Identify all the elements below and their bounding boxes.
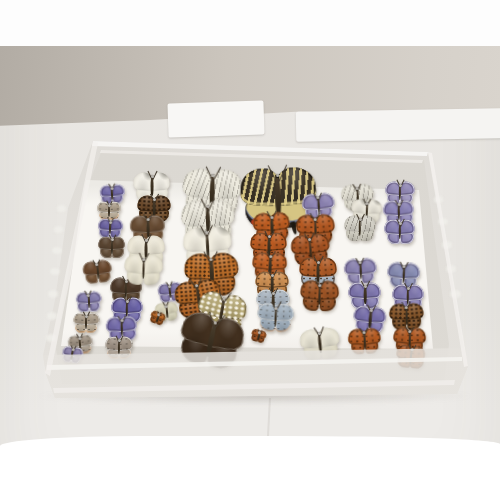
pin-head xyxy=(365,201,368,204)
pin-head xyxy=(270,215,273,218)
pin-head xyxy=(211,174,214,177)
butterfly-buff-a7 xyxy=(74,313,99,333)
pin-head xyxy=(145,239,148,242)
pin-head xyxy=(268,235,271,238)
pin-head xyxy=(120,319,123,322)
pin-head xyxy=(209,258,212,261)
pin-head xyxy=(397,203,400,206)
pin-head xyxy=(110,186,113,189)
pin-head xyxy=(108,204,111,207)
pin-head xyxy=(151,175,154,178)
pin-head xyxy=(86,294,89,297)
pin-head xyxy=(316,196,319,199)
butterfly-lilac-a6 xyxy=(75,291,101,312)
pin-head xyxy=(402,265,405,268)
pin-head xyxy=(364,285,367,288)
butterfly-copperside-g7 xyxy=(249,328,267,343)
pin-head xyxy=(399,222,402,225)
pin-head xyxy=(142,258,145,261)
pin-head xyxy=(358,261,361,264)
pin-head xyxy=(95,263,98,266)
pin-head xyxy=(362,331,365,334)
pin-head xyxy=(109,220,112,223)
pin-head xyxy=(276,174,279,177)
pin-head xyxy=(317,332,320,335)
pin-head xyxy=(118,339,121,342)
butterfly-underside-f7 xyxy=(257,303,293,333)
pin-head xyxy=(269,255,272,258)
pin-head xyxy=(317,261,320,264)
pin-head xyxy=(167,284,170,287)
pin-head xyxy=(146,218,149,221)
photo-butterfly-collection xyxy=(0,0,500,500)
pin-head xyxy=(404,306,407,309)
butterfly-buff-a2 xyxy=(98,202,121,220)
pin-head xyxy=(313,218,316,221)
pin-head xyxy=(164,305,167,308)
butterfly-copperbrown-a5 xyxy=(82,260,111,285)
pin-head xyxy=(355,187,358,190)
pin-head xyxy=(78,336,81,339)
pin-head xyxy=(206,205,209,208)
butterfly-brown-a4 xyxy=(99,237,125,258)
butterfly-copper-g5 xyxy=(300,280,338,311)
butterfly-greywhite-h3 xyxy=(345,216,376,241)
pin-head xyxy=(307,238,310,241)
butterfly-cream-c5 xyxy=(124,254,162,285)
pin-head xyxy=(318,284,321,287)
pin-head xyxy=(408,330,411,333)
pin-head xyxy=(274,306,277,309)
pin-head xyxy=(111,238,114,241)
butterfly-lilac-i3 xyxy=(385,220,415,244)
pin-head xyxy=(213,321,217,325)
pin-head xyxy=(85,315,88,318)
